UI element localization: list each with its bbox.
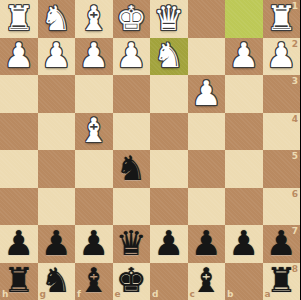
square-b4[interactable] [225, 113, 263, 151]
white-pawn-piece[interactable]: ♟ [116, 38, 146, 72]
square-d6[interactable] [150, 188, 188, 226]
black-bishop-piece[interactable]: ♝ [191, 263, 221, 297]
square-b1[interactable] [225, 0, 263, 38]
square-f4[interactable]: ♝ [75, 113, 113, 151]
square-g2[interactable]: ♟ [38, 38, 76, 76]
square-d7[interactable]: ♟ [150, 225, 188, 263]
black-king-piece[interactable]: ♚ [116, 263, 146, 297]
black-pawn-piece[interactable]: ♟ [229, 226, 259, 260]
square-c3[interactable]: ♟ [188, 75, 226, 113]
chess-board: ♜♞♝♚♛♜1♟♟♟♟♞♟♟2♟3♝4♞56♟♟♟♛♟♟♟♟7♜h♞g♝f♚ed… [0, 0, 300, 300]
black-knight-piece[interactable]: ♞ [116, 151, 146, 185]
square-f5[interactable] [75, 150, 113, 188]
square-c8[interactable]: ♝c [188, 263, 226, 300]
white-rook-piece[interactable]: ♜ [4, 1, 34, 35]
rank-label-4: 4 [292, 115, 298, 124]
square-g5[interactable] [38, 150, 76, 188]
chess-board-wrap: ♜♞♝♚♛♜1♟♟♟♟♞♟♟2♟3♝4♞56♟♟♟♛♟♟♟♟7♜h♞g♝f♚ed… [0, 0, 300, 300]
square-f1[interactable]: ♝ [75, 0, 113, 38]
white-pawn-piece[interactable]: ♟ [4, 38, 34, 72]
square-d8[interactable]: d [150, 263, 188, 300]
square-b3[interactable] [225, 75, 263, 113]
black-pawn-piece[interactable]: ♟ [266, 226, 296, 260]
square-e8[interactable]: ♚e [113, 263, 151, 300]
square-d3[interactable] [150, 75, 188, 113]
white-rook-piece[interactable]: ♜ [266, 1, 296, 35]
black-pawn-piece[interactable]: ♟ [4, 226, 34, 260]
black-pawn-piece[interactable]: ♟ [154, 226, 184, 260]
square-h8[interactable]: ♜h [0, 263, 38, 300]
square-d2[interactable]: ♞ [150, 38, 188, 76]
square-b6[interactable] [225, 188, 263, 226]
black-knight-piece[interactable]: ♞ [41, 263, 71, 297]
square-e5[interactable]: ♞ [113, 150, 151, 188]
square-g3[interactable] [38, 75, 76, 113]
square-h7[interactable]: ♟ [0, 225, 38, 263]
black-pawn-piece[interactable]: ♟ [41, 226, 71, 260]
file-label-d: d [152, 290, 158, 299]
square-a1[interactable]: ♜1 [263, 0, 301, 38]
square-f8[interactable]: ♝f [75, 263, 113, 300]
square-h4[interactable] [0, 113, 38, 151]
square-f6[interactable] [75, 188, 113, 226]
square-f7[interactable]: ♟ [75, 225, 113, 263]
square-a8[interactable]: ♜8a [263, 263, 301, 300]
white-knight-piece[interactable]: ♞ [41, 1, 71, 35]
white-pawn-piece[interactable]: ♟ [79, 38, 109, 72]
white-bishop-piece[interactable]: ♝ [79, 1, 109, 35]
square-a3[interactable]: 3 [263, 75, 301, 113]
square-d4[interactable] [150, 113, 188, 151]
square-g4[interactable] [38, 113, 76, 151]
black-rook-piece[interactable]: ♜ [4, 263, 34, 297]
white-pawn-piece[interactable]: ♟ [229, 38, 259, 72]
square-e3[interactable] [113, 75, 151, 113]
black-pawn-piece[interactable]: ♟ [191, 226, 221, 260]
white-pawn-piece[interactable]: ♟ [41, 38, 71, 72]
white-pawn-piece[interactable]: ♟ [191, 76, 221, 110]
square-a6[interactable]: 6 [263, 188, 301, 226]
square-d1[interactable]: ♛ [150, 0, 188, 38]
square-g1[interactable]: ♞ [38, 0, 76, 38]
square-e1[interactable]: ♚ [113, 0, 151, 38]
square-b2[interactable]: ♟ [225, 38, 263, 76]
file-label-b: b [227, 290, 233, 299]
square-h1[interactable]: ♜ [0, 0, 38, 38]
white-king-piece[interactable]: ♚ [116, 1, 146, 35]
square-b7[interactable]: ♟ [225, 225, 263, 263]
square-a7[interactable]: ♟7 [263, 225, 301, 263]
square-c7[interactable]: ♟ [188, 225, 226, 263]
black-bishop-piece[interactable]: ♝ [79, 263, 109, 297]
square-f3[interactable] [75, 75, 113, 113]
square-c6[interactable] [188, 188, 226, 226]
square-g7[interactable]: ♟ [38, 225, 76, 263]
square-b8[interactable]: b [225, 263, 263, 300]
square-c5[interactable] [188, 150, 226, 188]
white-queen-piece[interactable]: ♛ [154, 1, 184, 35]
white-bishop-piece[interactable]: ♝ [79, 113, 109, 147]
square-e6[interactable] [113, 188, 151, 226]
square-c1[interactable] [188, 0, 226, 38]
square-f2[interactable]: ♟ [75, 38, 113, 76]
black-queen-piece[interactable]: ♛ [116, 226, 146, 260]
square-c4[interactable] [188, 113, 226, 151]
square-h6[interactable] [0, 188, 38, 226]
square-e7[interactable]: ♛ [113, 225, 151, 263]
square-h3[interactable] [0, 75, 38, 113]
rank-label-5: 5 [292, 152, 298, 161]
square-g8[interactable]: ♞g [38, 263, 76, 300]
black-rook-piece[interactable]: ♜ [266, 263, 296, 297]
white-pawn-piece[interactable]: ♟ [266, 38, 296, 72]
white-knight-piece[interactable]: ♞ [154, 38, 184, 72]
square-b5[interactable] [225, 150, 263, 188]
square-g6[interactable] [38, 188, 76, 226]
square-d5[interactable] [150, 150, 188, 188]
square-h2[interactable]: ♟ [0, 38, 38, 76]
square-e2[interactable]: ♟ [113, 38, 151, 76]
square-c2[interactable] [188, 38, 226, 76]
rank-label-6: 6 [292, 190, 298, 199]
square-h5[interactable] [0, 150, 38, 188]
black-pawn-piece[interactable]: ♟ [79, 226, 109, 260]
square-a4[interactable]: 4 [263, 113, 301, 151]
rank-label-3: 3 [292, 77, 298, 86]
square-a2[interactable]: ♟2 [263, 38, 301, 76]
square-e4[interactable] [113, 113, 151, 151]
square-a5[interactable]: 5 [263, 150, 301, 188]
